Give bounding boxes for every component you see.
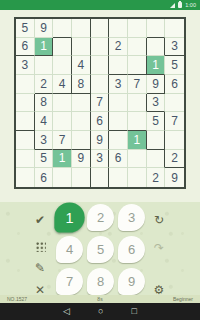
cell-r4c7[interactable]: 7 <box>128 75 147 94</box>
cell-r7c4[interactable] <box>72 131 91 150</box>
pencil-icon[interactable]: ✎ <box>32 260 48 276</box>
cell-r2c7[interactable] <box>128 38 147 57</box>
cell-r6c3[interactable] <box>53 112 72 131</box>
cell-r2c4[interactable] <box>72 38 91 57</box>
nav-recents-icon[interactable]: □ <box>131 303 136 320</box>
cell-r1c8[interactable] <box>147 19 166 38</box>
cell-r3c2[interactable] <box>35 56 54 75</box>
cell-r6c7[interactable] <box>128 112 147 131</box>
cell-r1c2[interactable]: 9 <box>35 19 54 38</box>
number-button-6[interactable]: 6 <box>118 236 145 263</box>
cell-r9c4[interactable] <box>72 168 91 187</box>
number-button-3[interactable]: 3 <box>118 204 145 231</box>
cell-r6c9[interactable]: 7 <box>165 112 184 131</box>
cell-r1c4[interactable] <box>72 19 91 38</box>
cell-r6c1[interactable] <box>16 112 35 131</box>
cell-r1c1[interactable]: 5 <box>16 19 35 38</box>
cell-r5c5[interactable]: 7 <box>91 94 110 113</box>
sudoku-board[interactable]: 5961233415248379687346573791519362629 <box>14 17 186 189</box>
cell-r9c6[interactable] <box>109 168 128 187</box>
number-button-7[interactable]: 7 <box>56 268 83 295</box>
difficulty-label: Beginner <box>173 296 193 302</box>
android-nav-bar: ◁ ○ □ <box>0 303 200 320</box>
cell-r9c3[interactable] <box>53 168 72 187</box>
cell-r8c4[interactable]: 9 <box>72 150 91 169</box>
cell-r4c2[interactable]: 2 <box>35 75 54 94</box>
cell-r3c9[interactable]: 5 <box>165 56 184 75</box>
undo-icon[interactable]: ↻ <box>151 212 167 228</box>
cell-r8c2[interactable]: 5 <box>35 150 54 169</box>
cell-r5c4[interactable] <box>72 94 91 113</box>
cell-r8c1[interactable] <box>16 150 35 169</box>
cell-r9c7[interactable] <box>128 168 147 187</box>
cell-r4c3[interactable]: 4 <box>53 75 72 94</box>
cell-r6c8[interactable]: 5 <box>147 112 166 131</box>
cell-r7c6[interactable] <box>109 131 128 150</box>
number-button-9[interactable]: 9 <box>118 268 145 295</box>
cell-r8c5[interactable]: 3 <box>91 150 110 169</box>
cell-r9c2[interactable]: 6 <box>35 168 54 187</box>
number-button-4[interactable]: 4 <box>56 236 83 263</box>
cell-r8c6[interactable]: 6 <box>109 150 128 169</box>
signal-icon <box>170 3 175 8</box>
cell-r6c6[interactable] <box>109 112 128 131</box>
cell-r1c9[interactable] <box>165 19 184 38</box>
cell-r3c5[interactable] <box>91 56 110 75</box>
cell-r5c7[interactable] <box>128 94 147 113</box>
cell-r4c5[interactable] <box>91 75 110 94</box>
cell-r7c8[interactable] <box>147 131 166 150</box>
check-icon[interactable]: ✔ <box>32 212 48 228</box>
cell-r8c7[interactable] <box>128 150 147 169</box>
number-pad-dots <box>35 241 46 252</box>
number-pad-icon[interactable] <box>32 238 48 254</box>
cell-r1c5[interactable] <box>91 19 110 38</box>
cell-r9c5[interactable] <box>91 168 110 187</box>
nav-home-icon[interactable]: ○ <box>98 303 103 320</box>
cell-r6c5[interactable]: 6 <box>91 112 110 131</box>
cell-r3c7[interactable] <box>128 56 147 75</box>
cell-r4c1[interactable] <box>16 75 35 94</box>
cell-r2c5[interactable] <box>91 38 110 57</box>
status-time: 1:00 <box>185 0 196 10</box>
cell-r4c4[interactable]: 8 <box>72 75 91 94</box>
cell-r5c8[interactable]: 3 <box>147 94 166 113</box>
cell-r2c8[interactable] <box>147 38 166 57</box>
cell-r7c2[interactable]: 3 <box>35 131 54 150</box>
cell-r4c8[interactable]: 9 <box>147 75 166 94</box>
cell-r2c1[interactable]: 6 <box>16 38 35 57</box>
cell-r8c3[interactable]: 1 <box>53 150 72 169</box>
cell-r2c9[interactable]: 3 <box>165 38 184 57</box>
number-button-1[interactable]: 1 <box>54 202 84 232</box>
cell-r9c8[interactable]: 2 <box>147 168 166 187</box>
cell-r3c4[interactable]: 4 <box>72 56 91 75</box>
cell-r1c6[interactable] <box>109 19 128 38</box>
cell-r5c2[interactable]: 8 <box>35 94 54 113</box>
cell-r2c2[interactable]: 1 <box>35 38 54 57</box>
cell-r8c8[interactable] <box>147 150 166 169</box>
cell-r5c6[interactable] <box>109 94 128 113</box>
cell-r3c3[interactable] <box>53 56 72 75</box>
game-info-bar: NO.1527 8s Beginner <box>0 295 200 303</box>
cell-r7c3[interactable]: 7 <box>53 131 72 150</box>
cell-r8c9[interactable]: 2 <box>165 150 184 169</box>
cell-r4c9[interactable]: 6 <box>165 75 184 94</box>
cell-r7c9[interactable] <box>165 131 184 150</box>
cell-r5c9[interactable] <box>165 94 184 113</box>
number-button-8[interactable]: 8 <box>87 268 114 295</box>
number-button-2[interactable]: 2 <box>87 204 114 231</box>
number-pad: 123456789 <box>56 204 145 295</box>
cell-r3c1[interactable]: 3 <box>16 56 35 75</box>
cell-r7c5[interactable]: 9 <box>91 131 110 150</box>
cell-r6c4[interactable] <box>72 112 91 131</box>
cell-r7c7[interactable]: 1 <box>128 131 147 150</box>
puzzle-number: NO.1527 <box>7 296 27 302</box>
cell-r3c8[interactable]: 1 <box>147 56 166 75</box>
cell-r6c2[interactable]: 4 <box>35 112 54 131</box>
cell-r1c7[interactable] <box>128 19 147 38</box>
game-timer: 8s <box>97 296 102 302</box>
android-status-bar: 1:00 <box>0 0 200 10</box>
board-area: 5961233415248379687346573791519362629 <box>0 10 200 202</box>
cell-r2c3[interactable] <box>53 38 72 57</box>
cell-r5c1[interactable] <box>16 94 35 113</box>
cell-r3c6[interactable] <box>109 56 128 75</box>
number-button-5[interactable]: 5 <box>87 236 114 263</box>
nav-back-icon[interactable]: ◁ <box>63 303 70 320</box>
battery-icon <box>178 2 182 8</box>
cell-r4c6[interactable]: 3 <box>109 75 128 94</box>
sudoku-app-screen: 1:00 59612334152483796873465737915193626… <box>0 0 200 320</box>
cell-r7c1[interactable] <box>16 131 35 150</box>
cell-r5c3[interactable] <box>53 94 72 113</box>
cell-r1c3[interactable] <box>53 19 72 38</box>
keypad-area: ✔✎✕ 123456789 ↻↷⚙ <box>0 202 200 295</box>
cell-r9c1[interactable] <box>16 168 35 187</box>
cell-r9c9[interactable]: 9 <box>165 168 184 187</box>
redo-icon[interactable]: ↷ <box>151 240 167 256</box>
cell-r2c6[interactable]: 2 <box>109 38 128 57</box>
